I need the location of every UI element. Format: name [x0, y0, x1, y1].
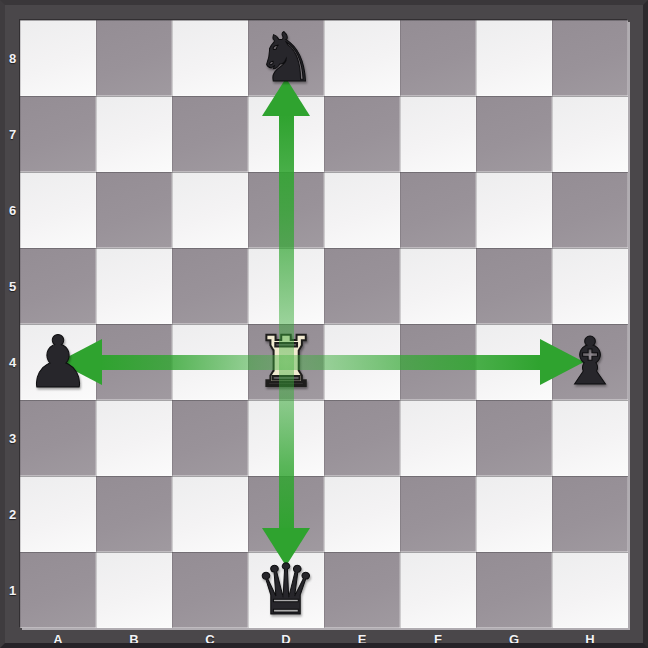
- square-g1[interactable]: [476, 552, 552, 628]
- square-h6[interactable]: [552, 172, 628, 248]
- square-h3[interactable]: [552, 400, 628, 476]
- rank-label-7: 7: [5, 96, 20, 172]
- arrow-down-shaft: [279, 362, 294, 534]
- file-label-g: G: [476, 628, 552, 648]
- piece-black-knight-d8[interactable]: ♞: [248, 20, 324, 96]
- square-f3[interactable]: [400, 400, 476, 476]
- square-c7[interactable]: [172, 96, 248, 172]
- rank-label-8: 8: [5, 20, 20, 96]
- square-a2[interactable]: [20, 476, 96, 552]
- square-a3[interactable]: [20, 400, 96, 476]
- rank-label-4: 4: [5, 324, 20, 400]
- square-g3[interactable]: [476, 400, 552, 476]
- square-f8[interactable]: [400, 20, 476, 96]
- square-e2[interactable]: [324, 476, 400, 552]
- square-g8[interactable]: [476, 20, 552, 96]
- square-h1[interactable]: [552, 552, 628, 628]
- chess-board-frame: ♞♟♜♝♛ 87654321ABCDEFGH: [0, 0, 648, 648]
- chess-board: ♞♟♜♝♛: [20, 20, 628, 628]
- square-g2[interactable]: [476, 476, 552, 552]
- square-a8[interactable]: [20, 20, 96, 96]
- square-e8[interactable]: [324, 20, 400, 96]
- square-e3[interactable]: [324, 400, 400, 476]
- square-c6[interactable]: [172, 172, 248, 248]
- square-e5[interactable]: [324, 248, 400, 324]
- file-label-b: B: [96, 628, 172, 648]
- file-label-f: F: [400, 628, 476, 648]
- square-e7[interactable]: [324, 96, 400, 172]
- square-a5[interactable]: [20, 248, 96, 324]
- arrow-up-shaft: [279, 114, 294, 362]
- square-h2[interactable]: [552, 476, 628, 552]
- piece-black-queen-d1[interactable]: ♛: [248, 552, 324, 628]
- square-h7[interactable]: [552, 96, 628, 172]
- file-label-c: C: [172, 628, 248, 648]
- square-h5[interactable]: [552, 248, 628, 324]
- square-f5[interactable]: [400, 248, 476, 324]
- arrow-left-shaft: [100, 355, 286, 370]
- square-h8[interactable]: [552, 20, 628, 96]
- square-c2[interactable]: [172, 476, 248, 552]
- square-b3[interactable]: [96, 400, 172, 476]
- square-g7[interactable]: [476, 96, 552, 172]
- piece-black-bishop-h4[interactable]: ♝: [552, 324, 628, 400]
- square-c3[interactable]: [172, 400, 248, 476]
- file-label-e: E: [324, 628, 400, 648]
- square-f7[interactable]: [400, 96, 476, 172]
- square-f1[interactable]: [400, 552, 476, 628]
- rank-label-1: 1: [5, 552, 20, 628]
- square-b6[interactable]: [96, 172, 172, 248]
- square-e1[interactable]: [324, 552, 400, 628]
- square-f2[interactable]: [400, 476, 476, 552]
- square-f6[interactable]: [400, 172, 476, 248]
- rank-label-5: 5: [5, 248, 20, 324]
- square-g5[interactable]: [476, 248, 552, 324]
- file-label-a: A: [20, 628, 96, 648]
- rank-label-6: 6: [5, 172, 20, 248]
- square-b5[interactable]: [96, 248, 172, 324]
- square-a6[interactable]: [20, 172, 96, 248]
- square-c5[interactable]: [172, 248, 248, 324]
- square-a7[interactable]: [20, 96, 96, 172]
- square-b8[interactable]: [96, 20, 172, 96]
- square-b7[interactable]: [96, 96, 172, 172]
- square-c8[interactable]: [172, 20, 248, 96]
- rank-label-2: 2: [5, 476, 20, 552]
- square-a1[interactable]: [20, 552, 96, 628]
- rank-label-3: 3: [5, 400, 20, 476]
- square-g6[interactable]: [476, 172, 552, 248]
- arrow-right-shaft: [286, 355, 540, 370]
- piece-black-pawn-a4[interactable]: ♟: [20, 324, 96, 400]
- square-b1[interactable]: [96, 552, 172, 628]
- file-label-d: D: [248, 628, 324, 648]
- square-c1[interactable]: [172, 552, 248, 628]
- square-e6[interactable]: [324, 172, 400, 248]
- square-b2[interactable]: [96, 476, 172, 552]
- file-label-h: H: [552, 628, 628, 648]
